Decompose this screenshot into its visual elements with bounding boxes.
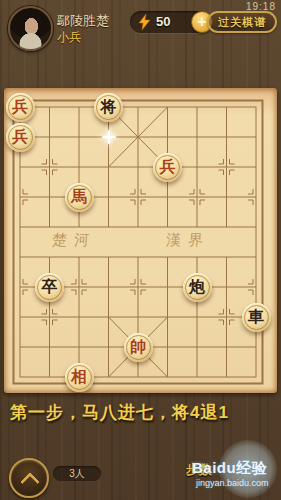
xiangqi-piece-black[interactable]: 卒 (35, 273, 64, 302)
watermark-url: jingyan.baidu.com (196, 478, 269, 488)
river-label-han: 漢界 (165, 231, 210, 250)
energy-value: 50 (156, 14, 170, 29)
player-name: 鄢陵胜楚 (57, 12, 109, 30)
xiangqi-piece-red[interactable]: 兵 (6, 93, 35, 122)
xiangqi-piece-red[interactable]: 馬 (65, 183, 94, 212)
xiangqi-piece-black[interactable]: 炮 (183, 273, 212, 302)
xiangqi-piece-red[interactable]: 帥 (124, 333, 153, 362)
xiangqi-app: 19:18 鄢陵胜楚 小兵 50 + 过关棋谱 楚河 漢界 兵将兵兵馬卒炮車帥相… (0, 0, 281, 500)
xiangqi-piece-black[interactable]: 車 (242, 303, 271, 332)
piece-character: 兵 (12, 129, 28, 145)
xiangqi-piece-black[interactable]: 将 (94, 93, 123, 122)
piece-character: 兵 (160, 159, 176, 175)
river-label-chu: 楚河 (51, 231, 96, 250)
piece-character: 将 (101, 99, 117, 115)
puzzle-records-button[interactable]: 过关棋谱 (207, 11, 277, 33)
avatar[interactable] (8, 6, 53, 51)
piece-character: 卒 (42, 279, 58, 295)
piece-character: 相 (71, 369, 87, 385)
piece-character: 炮 (189, 279, 205, 295)
xiangqi-piece-red[interactable]: 兵 (6, 123, 35, 152)
xiangqi-piece-red[interactable]: 相 (65, 363, 94, 392)
xiangqi-board[interactable]: 楚河 漢界 兵将兵兵馬卒炮車帥相 (4, 88, 277, 393)
last-move-sparkle (101, 129, 117, 145)
piece-character: 馬 (71, 189, 87, 205)
lightning-icon (138, 14, 151, 30)
chevron-up-button[interactable] (9, 458, 49, 498)
players-count: 3人 (53, 466, 101, 481)
xiangqi-piece-red[interactable]: 兵 (153, 153, 182, 182)
player-rank: 小兵 (57, 29, 81, 46)
move-hint-text: 第一步，马八进七，将4退1 (10, 401, 274, 424)
watermark-brand: Baidu经验 (192, 459, 267, 478)
piece-character: 兵 (12, 99, 28, 115)
piece-character: 帥 (130, 339, 146, 355)
piece-character: 車 (248, 309, 264, 325)
